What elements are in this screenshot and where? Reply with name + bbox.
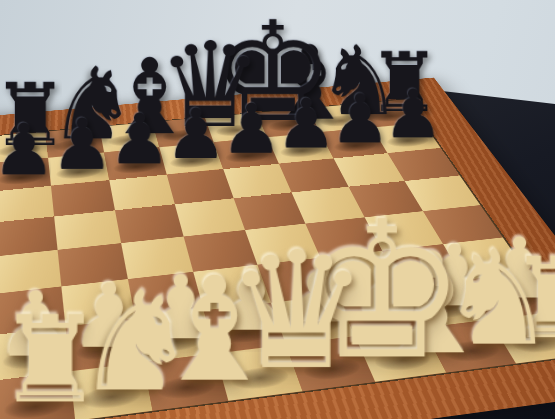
pawn-icon: ♟ <box>276 93 337 155</box>
pawn-icon: ♟ <box>51 113 114 176</box>
pawn-icon: ♟ <box>330 89 391 150</box>
pawn-icon: ♟ <box>108 108 171 171</box>
square-a6[interactable] <box>0 186 54 223</box>
pawn-icon: ♟ <box>165 103 227 165</box>
square-c6[interactable] <box>109 175 174 211</box>
pawn-icon: ♟ <box>0 118 56 182</box>
square-a7[interactable]: ♟ <box>0 158 51 192</box>
playfield: ♜♞♝♛♚♝♞♜♟♟♟♟♟♟♟♟♟♟♟♟♟♟♟♟♜♞♝♛♚♝♞♜ <box>0 98 555 419</box>
piece-black-pawn[interactable]: ♟ <box>221 98 277 160</box>
square-a1[interactable]: ♜ <box>0 371 75 419</box>
square-c5[interactable] <box>115 204 184 243</box>
piece-black-pawn[interactable]: ♟ <box>383 84 438 145</box>
piece-black-pawn[interactable]: ♟ <box>276 93 332 155</box>
photo-canvas: ♜♞♝♛♚♝♞♜♟♟♟♟♟♟♟♟♟♟♟♟♟♟♟♟♜♞♝♛♚♝♞♜ <box>0 0 555 419</box>
piece-black-pawn[interactable]: ♟ <box>0 118 50 182</box>
pawn-icon: ♟ <box>383 84 443 145</box>
piece-white-rook[interactable]: ♜ <box>0 306 74 414</box>
square-b7[interactable]: ♟ <box>48 152 109 185</box>
piece-black-pawn[interactable]: ♟ <box>51 113 109 176</box>
chessboard[interactable]: ♜♞♝♛♚♝♞♜♟♟♟♟♟♟♟♟♟♟♟♟♟♟♟♟♜♞♝♛♚♝♞♜ <box>0 78 555 419</box>
pawn-icon: ♟ <box>221 98 283 160</box>
piece-black-pawn[interactable]: ♟ <box>330 89 385 150</box>
rook-icon: ♜ <box>0 306 104 414</box>
square-a5[interactable] <box>0 216 58 256</box>
piece-black-pawn[interactable]: ♟ <box>165 103 222 165</box>
piece-black-pawn[interactable]: ♟ <box>108 108 165 171</box>
